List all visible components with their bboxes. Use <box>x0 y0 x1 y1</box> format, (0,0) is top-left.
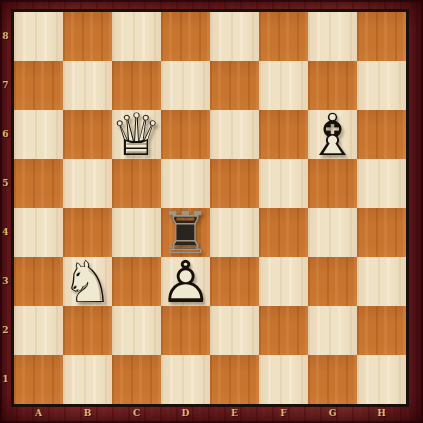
file-label-h: H <box>357 406 406 423</box>
white-pawn-outline: ♙︎ <box>161 257 210 306</box>
square-e5[interactable] <box>210 159 259 208</box>
square-e4[interactable] <box>210 208 259 257</box>
square-b2[interactable] <box>63 306 112 355</box>
board-frame: ♛︎♕︎♝︎♗︎♜︎♖︎♞︎♘︎♟︎♙︎ <box>11 9 409 407</box>
rank-label-3: 3 <box>0 257 11 306</box>
file-label-a: A <box>14 406 63 423</box>
square-h6[interactable] <box>357 110 406 159</box>
square-e2[interactable] <box>210 306 259 355</box>
rank-label-2: 2 <box>0 306 11 355</box>
file-labels: ABCDEFGH <box>14 406 406 423</box>
white-knight-outline: ♘︎ <box>63 257 112 306</box>
rank-label-1: 1 <box>0 355 11 404</box>
square-a8[interactable] <box>14 12 63 61</box>
square-f3[interactable] <box>259 257 308 306</box>
square-b6[interactable] <box>63 110 112 159</box>
square-f5[interactable] <box>259 159 308 208</box>
file-label-b: B <box>63 406 112 423</box>
square-a5[interactable] <box>14 159 63 208</box>
square-a7[interactable] <box>14 61 63 110</box>
white-pawn[interactable]: ♟︎♙︎ <box>161 257 210 306</box>
file-label-g: G <box>308 406 357 423</box>
square-d6[interactable] <box>161 110 210 159</box>
square-c1[interactable] <box>112 355 161 404</box>
square-e1[interactable] <box>210 355 259 404</box>
square-g2[interactable] <box>308 306 357 355</box>
square-h7[interactable] <box>357 61 406 110</box>
square-c8[interactable] <box>112 12 161 61</box>
file-label-e: E <box>210 406 259 423</box>
square-e8[interactable] <box>210 12 259 61</box>
white-queen-outline: ♕︎ <box>112 110 161 159</box>
square-d3[interactable]: ♟︎♙︎ <box>161 257 210 306</box>
square-h2[interactable] <box>357 306 406 355</box>
square-c4[interactable] <box>112 208 161 257</box>
square-a1[interactable] <box>14 355 63 404</box>
rank-label-4: 4 <box>0 208 11 257</box>
square-b5[interactable] <box>63 159 112 208</box>
rank-label-6: 6 <box>0 110 11 159</box>
square-g5[interactable] <box>308 159 357 208</box>
square-a2[interactable] <box>14 306 63 355</box>
white-queen[interactable]: ♛︎♕︎ <box>112 110 161 159</box>
square-h8[interactable] <box>357 12 406 61</box>
square-b1[interactable] <box>63 355 112 404</box>
rank-labels: 87654321 <box>0 12 11 404</box>
square-h4[interactable] <box>357 208 406 257</box>
square-c3[interactable] <box>112 257 161 306</box>
file-label-d: D <box>161 406 210 423</box>
square-f6[interactable] <box>259 110 308 159</box>
square-f7[interactable] <box>259 61 308 110</box>
board-grid: ♛︎♕︎♝︎♗︎♜︎♖︎♞︎♘︎♟︎♙︎ <box>14 12 406 404</box>
square-c6[interactable]: ♛︎♕︎ <box>112 110 161 159</box>
white-bishop-outline: ♗︎ <box>308 110 357 159</box>
square-f8[interactable] <box>259 12 308 61</box>
square-h1[interactable] <box>357 355 406 404</box>
square-g1[interactable] <box>308 355 357 404</box>
square-b3[interactable]: ♞︎♘︎ <box>63 257 112 306</box>
square-d1[interactable] <box>161 355 210 404</box>
rank-label-8: 8 <box>0 12 11 61</box>
square-a4[interactable] <box>14 208 63 257</box>
square-g4[interactable] <box>308 208 357 257</box>
square-c5[interactable] <box>112 159 161 208</box>
square-b8[interactable] <box>63 12 112 61</box>
square-h3[interactable] <box>357 257 406 306</box>
square-d7[interactable] <box>161 61 210 110</box>
file-label-c: C <box>112 406 161 423</box>
square-e3[interactable] <box>210 257 259 306</box>
rank-label-7: 7 <box>0 61 11 110</box>
square-a3[interactable] <box>14 257 63 306</box>
square-g3[interactable] <box>308 257 357 306</box>
chess-board: ♛︎♕︎♝︎♗︎♜︎♖︎♞︎♘︎♟︎♙︎ 87654321 ABCDEFGH <box>0 0 423 423</box>
square-g6[interactable]: ♝︎♗︎ <box>308 110 357 159</box>
white-bishop[interactable]: ♝︎♗︎ <box>308 110 357 159</box>
white-knight[interactable]: ♞︎♘︎ <box>63 257 112 306</box>
square-h5[interactable] <box>357 159 406 208</box>
rank-label-5: 5 <box>0 159 11 208</box>
square-d8[interactable] <box>161 12 210 61</box>
square-e6[interactable] <box>210 110 259 159</box>
square-g8[interactable] <box>308 12 357 61</box>
square-f4[interactable] <box>259 208 308 257</box>
file-label-f: F <box>259 406 308 423</box>
square-f1[interactable] <box>259 355 308 404</box>
square-e7[interactable] <box>210 61 259 110</box>
square-f2[interactable] <box>259 306 308 355</box>
square-a6[interactable] <box>14 110 63 159</box>
square-c2[interactable] <box>112 306 161 355</box>
square-b7[interactable] <box>63 61 112 110</box>
square-d2[interactable] <box>161 306 210 355</box>
